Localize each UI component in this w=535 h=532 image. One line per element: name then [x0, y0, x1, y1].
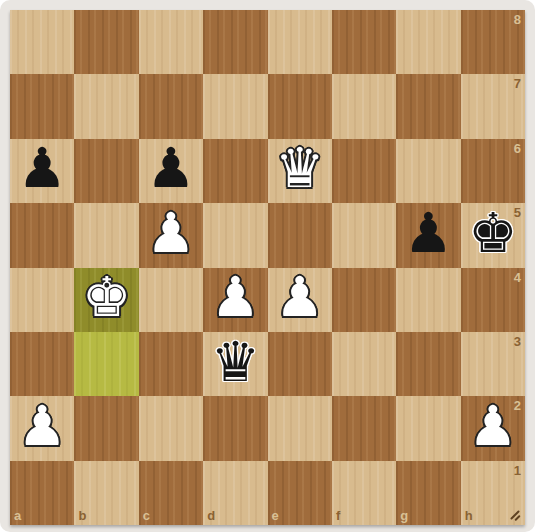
- square-b8[interactable]: [74, 10, 138, 74]
- square-c4[interactable]: [139, 268, 203, 332]
- rank-label-4: 4: [514, 271, 521, 284]
- rank-label-3: 3: [514, 335, 521, 348]
- square-b3[interactable]: [74, 332, 138, 396]
- square-h3[interactable]: 3: [461, 332, 525, 396]
- white-pawn[interactable]: ♟: [468, 399, 517, 454]
- square-d6[interactable]: [203, 139, 267, 203]
- square-a7[interactable]: [10, 74, 74, 138]
- square-f6[interactable]: [332, 139, 396, 203]
- square-h1[interactable]: h1: [461, 461, 525, 525]
- square-d5[interactable]: [203, 203, 267, 267]
- rank-label-1: 1: [514, 464, 521, 477]
- square-d1[interactable]: d: [203, 461, 267, 525]
- square-g7[interactable]: [396, 74, 460, 138]
- square-c8[interactable]: [139, 10, 203, 74]
- square-d8[interactable]: [203, 10, 267, 74]
- square-e6[interactable]: ♛: [268, 139, 332, 203]
- square-c6[interactable]: ♟: [139, 139, 203, 203]
- square-h4[interactable]: 4: [461, 268, 525, 332]
- black-pawn[interactable]: ♟: [18, 141, 67, 196]
- square-a8[interactable]: [10, 10, 74, 74]
- square-h7[interactable]: 7: [461, 74, 525, 138]
- square-e1[interactable]: e: [268, 461, 332, 525]
- square-c2[interactable]: [139, 396, 203, 460]
- square-b4[interactable]: ♚: [74, 268, 138, 332]
- square-f1[interactable]: f: [332, 461, 396, 525]
- square-e2[interactable]: [268, 396, 332, 460]
- black-king[interactable]: ♚: [468, 206, 517, 261]
- square-e8[interactable]: [268, 10, 332, 74]
- square-d4[interactable]: ♟: [203, 268, 267, 332]
- square-f8[interactable]: [332, 10, 396, 74]
- file-label-h: h: [465, 509, 473, 522]
- white-king[interactable]: ♚: [82, 270, 131, 325]
- rank-label-7: 7: [514, 77, 521, 90]
- square-h6[interactable]: 6: [461, 139, 525, 203]
- board-resize-handle[interactable]: [508, 508, 522, 522]
- square-e3[interactable]: [268, 332, 332, 396]
- white-pawn[interactable]: ♟: [211, 270, 260, 325]
- square-b7[interactable]: [74, 74, 138, 138]
- file-label-e: e: [272, 509, 279, 522]
- rank-label-8: 8: [514, 13, 521, 26]
- square-a2[interactable]: ♟: [10, 396, 74, 460]
- rank-label-5: 5: [514, 206, 521, 219]
- square-g8[interactable]: [396, 10, 460, 74]
- square-a3[interactable]: [10, 332, 74, 396]
- file-label-d: d: [207, 509, 215, 522]
- square-e5[interactable]: [268, 203, 332, 267]
- square-a1[interactable]: a: [10, 461, 74, 525]
- white-queen[interactable]: ♛: [275, 141, 324, 196]
- square-c1[interactable]: c: [139, 461, 203, 525]
- white-pawn[interactable]: ♟: [18, 399, 67, 454]
- white-pawn[interactable]: ♟: [275, 270, 324, 325]
- square-f3[interactable]: [332, 332, 396, 396]
- square-g1[interactable]: g: [396, 461, 460, 525]
- file-label-c: c: [143, 509, 150, 522]
- square-f7[interactable]: [332, 74, 396, 138]
- square-g4[interactable]: [396, 268, 460, 332]
- square-g5[interactable]: ♟: [396, 203, 460, 267]
- square-b2[interactable]: [74, 396, 138, 460]
- square-d2[interactable]: [203, 396, 267, 460]
- square-h2[interactable]: ♟2: [461, 396, 525, 460]
- file-label-b: b: [78, 509, 86, 522]
- page-background: 87♟♟♛6♟♟♚5♚♟♟4♛3♟♟2abcdefgh1: [0, 0, 535, 532]
- black-pawn[interactable]: ♟: [146, 141, 195, 196]
- square-f4[interactable]: [332, 268, 396, 332]
- file-label-g: g: [400, 509, 408, 522]
- square-d3[interactable]: ♛: [203, 332, 267, 396]
- square-a4[interactable]: [10, 268, 74, 332]
- square-b6[interactable]: [74, 139, 138, 203]
- file-label-f: f: [336, 509, 340, 522]
- square-h8[interactable]: 8: [461, 10, 525, 74]
- file-label-a: a: [14, 509, 21, 522]
- square-g3[interactable]: [396, 332, 460, 396]
- square-b1[interactable]: b: [74, 461, 138, 525]
- black-pawn[interactable]: ♟: [404, 206, 453, 261]
- square-a6[interactable]: ♟: [10, 139, 74, 203]
- square-c5[interactable]: ♟: [139, 203, 203, 267]
- square-g2[interactable]: [396, 396, 460, 460]
- square-g6[interactable]: [396, 139, 460, 203]
- square-h5[interactable]: ♚5: [461, 203, 525, 267]
- square-c7[interactable]: [139, 74, 203, 138]
- square-e7[interactable]: [268, 74, 332, 138]
- chess-board: 87♟♟♛6♟♟♚5♚♟♟4♛3♟♟2abcdefgh1: [10, 10, 525, 525]
- white-pawn[interactable]: ♟: [146, 206, 195, 261]
- square-d7[interactable]: [203, 74, 267, 138]
- square-c3[interactable]: [139, 332, 203, 396]
- square-f2[interactable]: [332, 396, 396, 460]
- square-a5[interactable]: [10, 203, 74, 267]
- square-b5[interactable]: [74, 203, 138, 267]
- black-queen[interactable]: ♛: [211, 335, 260, 390]
- square-f5[interactable]: [332, 203, 396, 267]
- rank-label-6: 6: [514, 142, 521, 155]
- rank-label-2: 2: [514, 399, 521, 412]
- square-e4[interactable]: ♟: [268, 268, 332, 332]
